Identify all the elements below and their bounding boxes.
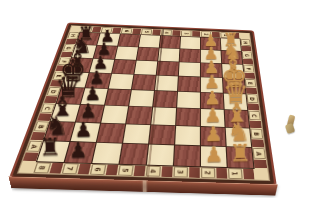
square-b5 xyxy=(123,124,150,143)
coordinate-label-rank-3: 3 xyxy=(181,30,192,36)
coordinate-segment: 6 xyxy=(90,164,119,176)
chess-set-photo: 87654321 87654321 ABCDEFGH ABCDEFGH ♜♟♟♜… xyxy=(0,0,310,198)
coordinate-text: H xyxy=(70,34,77,37)
coordinate-text: G xyxy=(244,54,251,57)
square-c5 xyxy=(126,106,152,124)
coordinate-text: 7 xyxy=(103,29,110,31)
coordinate-label-rank-6: 6 xyxy=(90,164,107,175)
frame-inlay xyxy=(189,167,200,178)
coordinate-text: F xyxy=(245,67,252,70)
square-f5 xyxy=(134,61,157,75)
square-g5 xyxy=(137,47,159,60)
coordinate-text: 8 xyxy=(83,28,90,30)
coordinate-text: 1 xyxy=(231,171,240,175)
coordinate-label-rank-2: 2 xyxy=(201,167,216,178)
frame-inlay xyxy=(152,29,160,35)
square-e5 xyxy=(132,75,156,90)
frame-inlay xyxy=(172,30,180,36)
coordinate-text: 7 xyxy=(66,166,76,170)
coordinate-label-rank-5: 5 xyxy=(118,165,134,176)
coordinate-segment: 7 xyxy=(62,163,91,175)
coordinate-label-rank-7: 7 xyxy=(62,163,80,174)
coordinate-segment: 8 xyxy=(33,162,63,174)
coordinate-text: 5 xyxy=(144,31,150,33)
coordinate-text: 2 xyxy=(203,33,209,35)
clasp-hook-icon xyxy=(285,123,295,134)
coordinate-text: H xyxy=(242,41,248,44)
chess-board: 87654321 87654321 ABCDEFGH ABCDEFGH ♜♟♟♜… xyxy=(12,24,274,185)
coordinate-segment: 3 xyxy=(173,166,199,178)
coordinate-text: G xyxy=(65,46,72,49)
board-shadow xyxy=(14,183,272,190)
coordinate-segment: 1 xyxy=(228,168,255,180)
coordinate-text: 3 xyxy=(183,32,189,34)
coordinate-segment: 5 xyxy=(118,165,146,177)
frame-inlay xyxy=(106,164,119,175)
coordinate-text: 8 xyxy=(38,166,48,170)
coordinate-text: 1 xyxy=(223,34,229,36)
clasp-latch xyxy=(284,113,297,137)
coordinate-segment: 2 xyxy=(201,167,227,179)
coordinate-label-rank-1: 1 xyxy=(228,168,243,179)
frame-inlay xyxy=(132,28,141,34)
coordinate-text: 6 xyxy=(94,167,103,171)
square-a8: ♜ xyxy=(37,141,69,162)
coordinate-label-rank-3: 3 xyxy=(173,166,188,177)
piece-white-pawn: ♟ xyxy=(191,144,236,166)
square-h5 xyxy=(139,35,160,48)
square-a2: ♟ xyxy=(201,146,227,167)
frame-inlay xyxy=(216,168,227,179)
coordinate-text: 2 xyxy=(204,171,212,175)
coordinate-text: 5 xyxy=(121,168,130,172)
coordinate-text: 4 xyxy=(163,31,169,33)
frame-inlay xyxy=(162,166,173,177)
coordinate-text: 4 xyxy=(149,169,158,173)
frame-inlay xyxy=(243,169,254,180)
square-a5 xyxy=(120,144,148,165)
coordinate-text: 6 xyxy=(124,30,131,32)
frame-inlay xyxy=(134,165,146,176)
coordinate-text: 3 xyxy=(177,170,185,174)
coordinate-label-rank-5: 5 xyxy=(141,29,152,35)
square-grid: ♜♟♟♜♞♟♟♞♝♟♟♝♚♟♟♚♛♟♟♛♝♟♟♝♞♟♟♞♜♟♟♜ xyxy=(37,32,253,168)
board-frame: 87654321 87654321 ABCDEFGH ABCDEFGH ♜♟♟♜… xyxy=(12,24,274,185)
piece-black-rook: ♜ xyxy=(28,135,74,161)
square-d5 xyxy=(129,90,154,107)
